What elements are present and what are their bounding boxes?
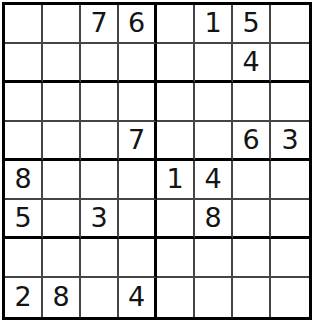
cell-r7c8[interactable] — [271, 239, 309, 278]
cell-r2c2[interactable] — [43, 44, 81, 83]
cell-r5c6[interactable]: 4 — [195, 161, 233, 200]
cell-r6c5[interactable] — [157, 200, 195, 239]
cell-r2c6[interactable] — [195, 44, 233, 83]
given-digit: 3 — [281, 126, 298, 153]
cell-r2c8[interactable] — [271, 44, 309, 83]
cell-r6c7[interactable] — [233, 200, 271, 239]
cell-r4c6[interactable] — [195, 122, 233, 161]
given-digit: 8 — [52, 283, 69, 310]
sudoku-board: 76154763814538284 — [2, 2, 312, 320]
cell-r8c1[interactable]: 2 — [5, 278, 43, 317]
given-digit: 7 — [90, 9, 107, 36]
cell-r5c1[interactable]: 8 — [5, 161, 43, 200]
cell-r6c2[interactable] — [43, 200, 81, 239]
cell-r7c7[interactable] — [233, 239, 271, 278]
given-digit: 1 — [166, 165, 183, 192]
cell-r3c7[interactable] — [233, 83, 271, 122]
cell-r7c4[interactable] — [119, 239, 157, 278]
given-digit: 6 — [128, 9, 145, 36]
cell-r1c5[interactable] — [157, 5, 195, 44]
cell-r3c8[interactable] — [271, 83, 309, 122]
cell-r6c3[interactable]: 3 — [81, 200, 119, 239]
cell-r2c1[interactable] — [5, 44, 43, 83]
cell-r3c6[interactable] — [195, 83, 233, 122]
given-digit: 1 — [204, 9, 221, 36]
cell-r4c3[interactable] — [81, 122, 119, 161]
cell-r8c4[interactable]: 4 — [119, 278, 157, 317]
cell-r4c5[interactable] — [157, 122, 195, 161]
cell-r7c6[interactable] — [195, 239, 233, 278]
cell-r1c2[interactable] — [43, 5, 81, 44]
cell-r1c1[interactable] — [5, 5, 43, 44]
cell-r1c8[interactable] — [271, 5, 309, 44]
cell-r5c2[interactable] — [43, 161, 81, 200]
cell-r4c1[interactable] — [5, 122, 43, 161]
cell-r3c4[interactable] — [119, 83, 157, 122]
given-digit: 8 — [14, 165, 31, 192]
cell-r8c3[interactable] — [81, 278, 119, 317]
cell-r5c3[interactable] — [81, 161, 119, 200]
cell-r5c5[interactable]: 1 — [157, 161, 195, 200]
given-digit: 4 — [128, 283, 145, 310]
cell-r7c2[interactable] — [43, 239, 81, 278]
cell-r6c1[interactable]: 5 — [5, 200, 43, 239]
given-digit: 5 — [14, 204, 31, 231]
given-digit: 4 — [242, 48, 259, 75]
given-digit: 7 — [128, 126, 145, 153]
cell-r1c6[interactable]: 1 — [195, 5, 233, 44]
cell-r8c2[interactable]: 8 — [43, 278, 81, 317]
given-digit: 2 — [14, 283, 31, 310]
cell-r2c3[interactable] — [81, 44, 119, 83]
cell-r3c3[interactable] — [81, 83, 119, 122]
cell-r2c7[interactable]: 4 — [233, 44, 271, 83]
cell-r5c7[interactable] — [233, 161, 271, 200]
cell-r5c4[interactable] — [119, 161, 157, 200]
cell-r7c1[interactable] — [5, 239, 43, 278]
cell-r7c3[interactable] — [81, 239, 119, 278]
cell-r6c6[interactable]: 8 — [195, 200, 233, 239]
given-digit: 8 — [204, 204, 221, 231]
cell-r8c5[interactable] — [157, 278, 195, 317]
given-digit: 6 — [242, 126, 259, 153]
cell-r1c3[interactable]: 7 — [81, 5, 119, 44]
cell-r2c5[interactable] — [157, 44, 195, 83]
given-digit: 3 — [90, 204, 107, 231]
cell-r3c2[interactable] — [43, 83, 81, 122]
cell-r8c8[interactable] — [271, 278, 309, 317]
given-digit: 4 — [204, 165, 221, 192]
cell-r1c7[interactable]: 5 — [233, 5, 271, 44]
cell-r4c7[interactable]: 6 — [233, 122, 271, 161]
given-digit: 5 — [242, 9, 259, 36]
cell-r4c4[interactable]: 7 — [119, 122, 157, 161]
cell-r5c8[interactable] — [271, 161, 309, 200]
cell-r1c4[interactable]: 6 — [119, 5, 157, 44]
cell-r3c1[interactable] — [5, 83, 43, 122]
cell-r6c8[interactable] — [271, 200, 309, 239]
cell-r8c7[interactable] — [233, 278, 271, 317]
cell-r6c4[interactable] — [119, 200, 157, 239]
cell-r7c5[interactable] — [157, 239, 195, 278]
cell-r2c4[interactable] — [119, 44, 157, 83]
cell-r4c2[interactable] — [43, 122, 81, 161]
cell-r8c6[interactable] — [195, 278, 233, 317]
cell-r4c8[interactable]: 3 — [271, 122, 309, 161]
cell-r3c5[interactable] — [157, 83, 195, 122]
